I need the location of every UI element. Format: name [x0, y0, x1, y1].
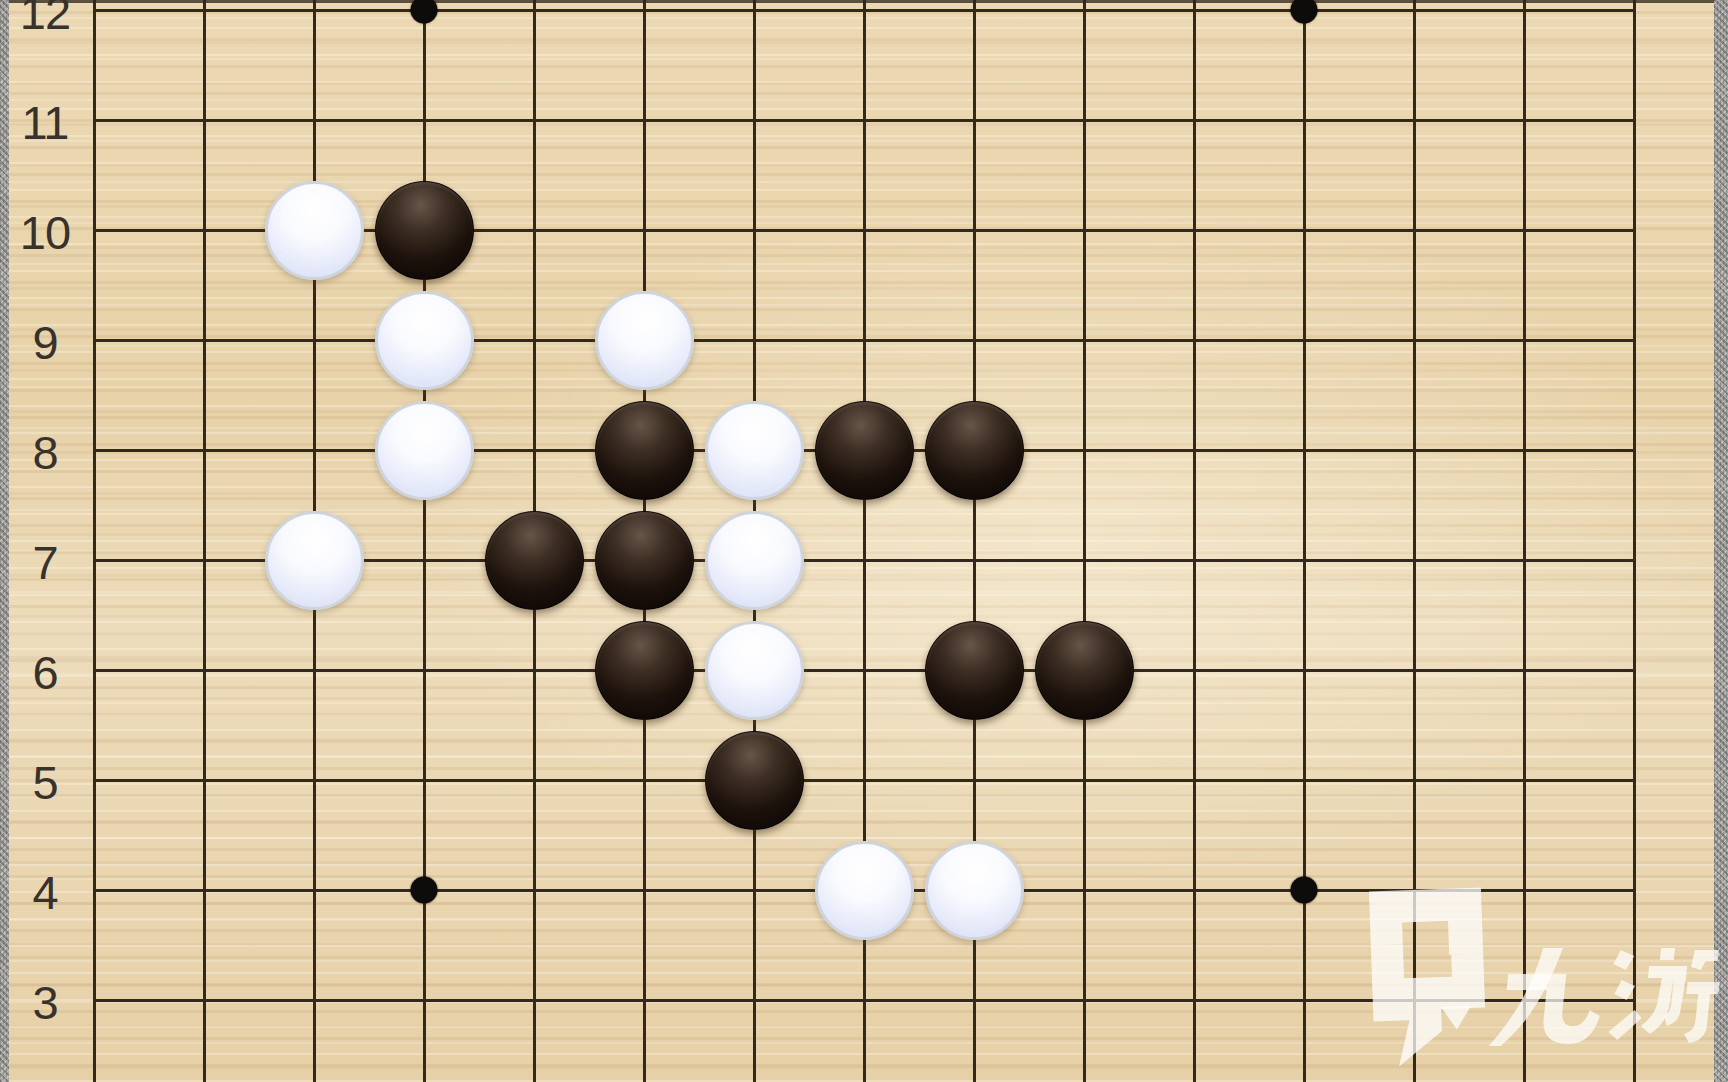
white-stone	[595, 291, 694, 390]
white-stone	[375, 291, 474, 390]
white-stone	[705, 401, 804, 500]
black-stone	[485, 511, 584, 610]
go-board-screen: 1211109876543	[0, 0, 1728, 1082]
black-stone	[925, 401, 1024, 500]
black-stone	[595, 621, 694, 720]
stones-grid[interactable]	[39, 0, 1689, 1055]
white-stone	[705, 511, 804, 610]
white-stone	[265, 511, 364, 610]
black-stone	[925, 621, 1024, 720]
white-stone	[925, 841, 1024, 940]
black-stone	[1035, 621, 1134, 720]
background-strip-right	[1714, 0, 1728, 1082]
white-stone	[815, 841, 914, 940]
background-strip-left	[0, 0, 9, 1082]
black-stone	[375, 181, 474, 280]
black-stone	[595, 401, 694, 500]
black-stone	[815, 401, 914, 500]
black-stone	[595, 511, 694, 610]
black-stone	[705, 731, 804, 830]
white-stone	[375, 401, 474, 500]
white-stone	[705, 621, 804, 720]
white-stone	[265, 181, 364, 280]
